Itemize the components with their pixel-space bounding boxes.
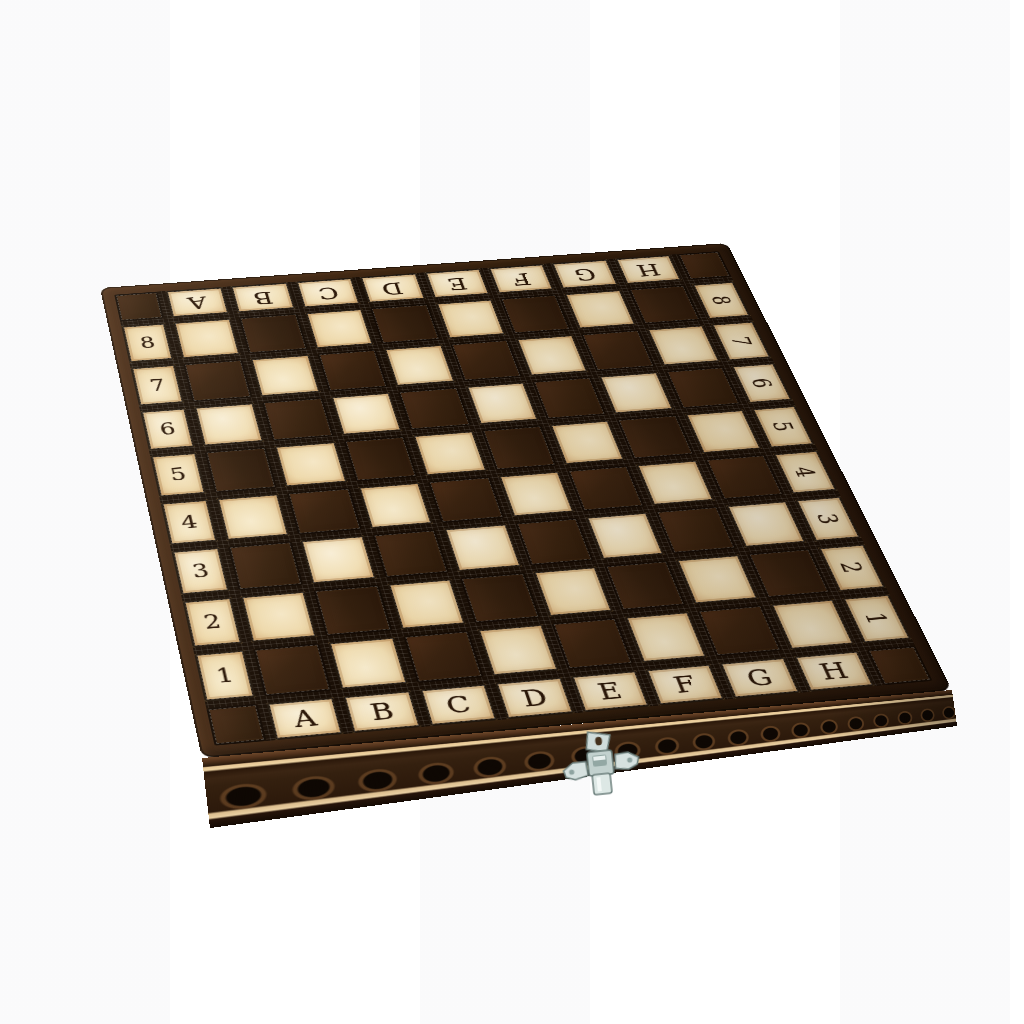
- rank-label-right-3: 3: [795, 496, 862, 542]
- rank-label-left-1: 1: [194, 649, 256, 701]
- rank-label-left-2: 2: [182, 597, 242, 647]
- coordinate-glyph: 5: [769, 421, 797, 433]
- coordinate-glyph: D: [519, 686, 551, 710]
- square-a3: [228, 541, 304, 591]
- chess-box-lid: ABCDEFGH8877665544332211ABCDEFGH: [100, 243, 952, 758]
- square-f4: [567, 465, 645, 511]
- file-label-bottom-g: G: [719, 657, 800, 699]
- square-d1: [477, 624, 559, 677]
- square-e4: [497, 471, 575, 518]
- rank-label-right-7: 7: [711, 321, 772, 361]
- square-g2: [676, 554, 759, 604]
- square-b5: [274, 441, 348, 487]
- square-e8: [435, 299, 506, 339]
- rank-label-right-2: 2: [818, 544, 887, 592]
- rank-label-left-7: 7: [130, 365, 184, 407]
- square-d4: [428, 476, 505, 523]
- square-d7: [384, 344, 456, 386]
- coordinate-glyph: F: [670, 673, 699, 696]
- square-c2: [387, 579, 466, 630]
- square-c8: [305, 308, 375, 349]
- square-h5: [684, 409, 762, 453]
- file-label-bottom-f: F: [645, 663, 726, 705]
- square-g3: [655, 506, 736, 554]
- square-e7: [450, 340, 523, 382]
- coordinate-glyph: 4: [791, 466, 820, 478]
- rank-label-right-5: 5: [751, 405, 815, 448]
- square-b8: [239, 313, 308, 354]
- square-f8: [500, 294, 572, 334]
- rank-label-right-8: 8: [692, 281, 752, 319]
- square-b6: [262, 397, 334, 441]
- rank-label-left-3: 3: [171, 547, 230, 595]
- coordinate-glyph: 7: [148, 377, 166, 393]
- rank-label-left-6: 6: [140, 408, 195, 451]
- coordinate-glyph: F: [509, 270, 533, 287]
- square-e2: [532, 566, 613, 616]
- square-c1: [403, 630, 484, 683]
- square-e6: [465, 382, 539, 425]
- square-g4: [636, 459, 715, 505]
- file-label-top-b: B: [230, 282, 295, 313]
- square-g7: [581, 330, 655, 371]
- square-b2: [314, 585, 393, 636]
- square-f3: [585, 512, 665, 560]
- square-f2: [604, 560, 686, 610]
- square-e5: [481, 425, 557, 470]
- square-c7: [317, 349, 388, 391]
- coordinate-glyph: D: [380, 279, 406, 296]
- file-label-top-a: A: [165, 287, 230, 318]
- square-f7: [515, 335, 588, 376]
- coordinate-glyph: A: [291, 706, 319, 730]
- coordinate-glyph: B: [251, 289, 274, 306]
- square-a5: [205, 447, 278, 493]
- coordinate-glyph: 5: [169, 466, 188, 483]
- square-b4: [287, 487, 362, 534]
- file-label-top-f: F: [488, 264, 555, 294]
- coordinate-glyph: C: [443, 693, 473, 717]
- square-h3: [725, 500, 807, 548]
- square-b3: [300, 535, 377, 584]
- square-d6: [398, 387, 471, 430]
- file-label-bottom-a: A: [266, 697, 344, 740]
- square-e1: [551, 617, 634, 670]
- square-a6: [194, 402, 265, 446]
- coordinate-glyph: 6: [748, 377, 775, 388]
- square-h4: [704, 454, 784, 500]
- square-c3: [372, 529, 450, 578]
- coordinate-glyph: 2: [837, 561, 867, 574]
- file-label-top-d: D: [360, 273, 426, 303]
- coordinate-glyph: H: [816, 659, 851, 683]
- rank-label-left-4: 4: [160, 499, 218, 546]
- clasp-latch-icon: [554, 725, 649, 804]
- coordinate-glyph: C: [316, 284, 341, 301]
- square-g6: [599, 371, 675, 414]
- square-h2: [747, 548, 831, 598]
- coordinate-glyph: 8: [708, 295, 734, 305]
- coordinate-glyph: 1: [861, 612, 891, 626]
- coordinate-glyph: E: [445, 275, 469, 292]
- coordinate-glyph: 2: [202, 612, 223, 631]
- coordinate-glyph: 8: [139, 335, 157, 350]
- square-h7: [646, 325, 721, 366]
- file-label-top-g: G: [551, 259, 618, 289]
- file-label-bottom-c: C: [419, 683, 498, 726]
- square-g8: [564, 290, 637, 330]
- square-d5: [412, 431, 487, 476]
- file-label-bottom-h: H: [793, 650, 875, 692]
- frame-corner: [206, 704, 266, 746]
- coordinate-glyph: G: [571, 266, 598, 283]
- square-f5: [549, 420, 626, 465]
- rank-label-right-1: 1: [842, 594, 912, 644]
- square-a2: [240, 591, 318, 643]
- square-a8: [173, 318, 241, 359]
- rank-label-left-8: 8: [121, 323, 174, 363]
- file-label-bottom-b: B: [343, 690, 422, 733]
- square-b7: [250, 354, 321, 396]
- file-label-top-e: E: [424, 268, 491, 298]
- coordinate-glyph: H: [634, 261, 663, 278]
- scene: ABCDEFGH8877665544332211ABCDEFGH: [0, 0, 1024, 1024]
- square-f1: [624, 611, 708, 663]
- square-d8: [370, 304, 440, 344]
- rank-label-right-4: 4: [773, 450, 838, 494]
- coordinate-glyph: E: [595, 679, 625, 703]
- square-e3: [514, 518, 593, 566]
- square-h8: [628, 285, 701, 325]
- file-label-top-h: H: [614, 255, 682, 285]
- square-c4: [357, 482, 433, 529]
- square-d2: [460, 572, 540, 623]
- square-d3: [443, 523, 521, 572]
- board-grid: ABCDEFGH8877665544332211ABCDEFGH: [114, 251, 932, 746]
- file-label-bottom-e: E: [570, 670, 650, 712]
- square-a4: [216, 493, 290, 541]
- coordinate-glyph: 1: [214, 665, 235, 685]
- frame-corner: [866, 645, 932, 685]
- coordinate-glyph: B: [368, 699, 397, 723]
- rank-label-right-6: 6: [731, 362, 793, 403]
- coordinate-glyph: 7: [728, 336, 755, 347]
- coordinate-glyph: A: [186, 294, 209, 311]
- clasp-latch: [554, 725, 649, 804]
- rank-label-left-5: 5: [150, 452, 206, 497]
- square-h6: [665, 366, 741, 409]
- square-c5: [343, 436, 417, 481]
- square-g1: [697, 605, 782, 657]
- coordinate-glyph: 3: [190, 562, 210, 581]
- file-label-bottom-d: D: [495, 677, 575, 720]
- coordinate-glyph: 6: [158, 421, 177, 438]
- square-b1: [328, 636, 408, 689]
- coordinate-glyph: G: [743, 666, 776, 690]
- file-label-top-c: C: [295, 278, 361, 309]
- square-c6: [330, 392, 403, 436]
- square-g5: [617, 415, 694, 459]
- coordinate-glyph: 4: [179, 513, 199, 531]
- square-h1: [769, 598, 855, 650]
- frame-corner: [114, 292, 164, 322]
- square-a7: [183, 359, 253, 402]
- frame-corner: [677, 251, 731, 280]
- coordinate-glyph: 3: [813, 513, 842, 525]
- square-f6: [532, 377, 607, 420]
- square-a1: [253, 643, 332, 697]
